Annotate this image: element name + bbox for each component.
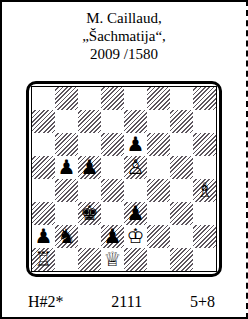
square-c2: [78, 225, 101, 248]
square-g6: [170, 133, 193, 156]
square-b7: [55, 110, 78, 133]
square-h8: [193, 87, 216, 110]
square-g2: [170, 225, 193, 248]
square-b1: [55, 248, 78, 271]
square-g1: [170, 248, 193, 271]
square-c5: ♟: [78, 156, 101, 179]
square-d3: [101, 202, 124, 225]
square-a8: [32, 87, 55, 110]
black-king: ♚: [78, 202, 101, 225]
black-pawn: ♟: [101, 225, 124, 248]
square-b6: [55, 133, 78, 156]
problem-diagram-page: M. Caillaud, „Šachmatija“, 2009 /1580 ♟♟…: [0, 0, 248, 319]
black-pawn: ♟: [124, 202, 147, 225]
square-d8: [101, 87, 124, 110]
square-e4: [124, 179, 147, 202]
caption-row: H#2* 2111 5+8: [26, 293, 222, 310]
square-h1: [193, 248, 216, 271]
square-h6: [193, 133, 216, 156]
square-h7: [193, 110, 216, 133]
square-f6: [147, 133, 170, 156]
square-a3: [32, 202, 55, 225]
square-f7: [147, 110, 170, 133]
white-queen: ♕: [101, 248, 124, 271]
square-f1: [147, 248, 170, 271]
square-h2: [193, 225, 216, 248]
black-pawn: ♟: [78, 156, 101, 179]
square-d6: [101, 133, 124, 156]
square-d2: ♟: [101, 225, 124, 248]
square-d4: [101, 179, 124, 202]
material-count-label: 5+8: [190, 293, 215, 310]
problem-number-label: 2111: [111, 293, 142, 310]
square-e7: [124, 110, 147, 133]
problem-header: M. Caillaud, „Šachmatija“, 2009 /1580: [82, 9, 166, 63]
white-king: ♔: [124, 225, 147, 248]
square-c7: [78, 110, 101, 133]
square-a4: [32, 179, 55, 202]
square-f8: [147, 87, 170, 110]
square-e8: [124, 87, 147, 110]
square-b8: [55, 87, 78, 110]
square-c4: [78, 179, 101, 202]
square-e1: [124, 248, 147, 271]
square-c8: [78, 87, 101, 110]
square-a2: ♟: [32, 225, 55, 248]
square-b2: ♞: [55, 225, 78, 248]
stipulation-label: H#2*: [28, 293, 64, 310]
square-b5: ♟: [55, 156, 78, 179]
square-d5: [101, 156, 124, 179]
white-pawn: ♙: [124, 156, 147, 179]
square-e2: ♔: [124, 225, 147, 248]
square-g4: [170, 179, 193, 202]
square-e6: ♟: [124, 133, 147, 156]
black-pawn: ♟: [124, 133, 147, 156]
source-line: „Šachmatija“,: [82, 27, 166, 45]
square-h3: [193, 202, 216, 225]
square-c6: [78, 133, 101, 156]
square-h5: [193, 156, 216, 179]
square-c1: [78, 248, 101, 271]
square-b4: [55, 179, 78, 202]
chess-board: ♟♟♟♙♗♚♟♟♞♟♔♖♕: [31, 86, 217, 272]
author-line: M. Caillaud,: [82, 9, 166, 27]
square-h4: ♗: [193, 179, 216, 202]
square-d7: [101, 110, 124, 133]
square-f3: [147, 202, 170, 225]
black-pawn: ♟: [32, 225, 55, 248]
square-c3: ♚: [78, 202, 101, 225]
square-f2: [147, 225, 170, 248]
square-e5: ♙: [124, 156, 147, 179]
square-d1: ♕: [101, 248, 124, 271]
square-f4: [147, 179, 170, 202]
year-number-line: 2009 /1580: [82, 45, 166, 63]
square-a6: [32, 133, 55, 156]
square-a1: ♖: [32, 248, 55, 271]
white-bishop: ♗: [193, 179, 216, 202]
square-b3: [55, 202, 78, 225]
square-a5: [32, 156, 55, 179]
square-g3: [170, 202, 193, 225]
square-g7: [170, 110, 193, 133]
square-a7: [32, 110, 55, 133]
black-knight: ♞: [55, 225, 78, 248]
square-g8: [170, 87, 193, 110]
board-frame: ♟♟♟♙♗♚♟♟♞♟♔♖♕: [26, 81, 222, 277]
square-e3: ♟: [124, 202, 147, 225]
black-pawn: ♟: [55, 156, 78, 179]
white-rook: ♖: [32, 248, 55, 271]
square-g5: [170, 156, 193, 179]
square-f5: [147, 156, 170, 179]
